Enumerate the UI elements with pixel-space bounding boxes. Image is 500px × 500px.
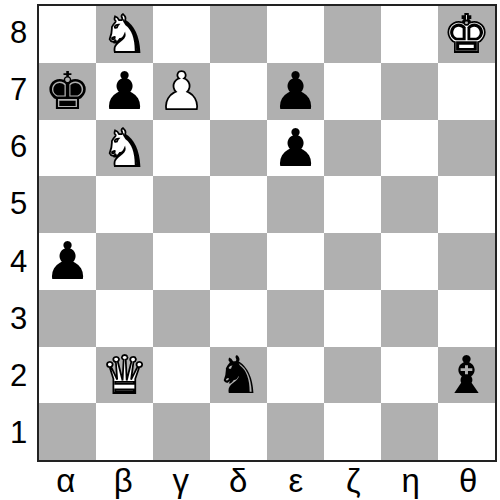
file-labels: αβγδεζηθ (37, 462, 497, 500)
square-f1[interactable] (324, 403, 381, 460)
rank-label-5: 5 (0, 176, 37, 233)
rank-labels: 87654321 (0, 4, 37, 462)
square-b5[interactable] (96, 176, 153, 233)
square-h3[interactable] (438, 290, 495, 347)
square-h1[interactable] (438, 403, 495, 460)
black-pawn-e6: ♟ (272, 122, 319, 174)
rank-label-3: 3 (0, 290, 37, 347)
square-g7[interactable] (381, 63, 438, 120)
square-d5[interactable] (210, 176, 267, 233)
square-e1[interactable] (267, 403, 324, 460)
square-d3[interactable] (210, 290, 267, 347)
square-e6[interactable]: ♟ (267, 120, 324, 177)
square-a1[interactable] (39, 403, 96, 460)
square-b4[interactable] (96, 233, 153, 290)
rank-label-8: 8 (0, 4, 37, 61)
square-g1[interactable] (381, 403, 438, 460)
square-d2[interactable]: ♞ (210, 347, 267, 404)
white-queen-b2: ♛ (101, 349, 148, 401)
square-h5[interactable] (438, 176, 495, 233)
square-b7[interactable]: ♟ (96, 63, 153, 120)
black-pawn-b7: ♟ (101, 65, 148, 117)
square-c7[interactable]: ♟ (153, 63, 210, 120)
white-knight-b6: ♞ (101, 122, 148, 174)
file-label-g: η (382, 462, 440, 500)
file-label-h: θ (440, 462, 498, 500)
rank-label-6: 6 (0, 119, 37, 176)
square-h4[interactable] (438, 233, 495, 290)
black-pawn-a4: ♟ (44, 235, 91, 287)
square-h7[interactable] (438, 63, 495, 120)
file-label-e: ε (267, 462, 325, 500)
rank-label-4: 4 (0, 233, 37, 290)
rank-label-2: 2 (0, 348, 37, 405)
square-f8[interactable] (324, 6, 381, 63)
file-label-b: β (95, 462, 153, 500)
square-b6[interactable]: ♞ (96, 120, 153, 177)
file-label-f: ζ (325, 462, 383, 500)
square-c5[interactable] (153, 176, 210, 233)
square-g2[interactable] (381, 347, 438, 404)
chess-board: ♞♚♚♟♟♟♞♟♟♛♞♝ (37, 4, 497, 462)
square-h2[interactable]: ♝ (438, 347, 495, 404)
square-b3[interactable] (96, 290, 153, 347)
white-knight-b8: ♞ (101, 8, 148, 60)
white-king-h8: ♚ (443, 8, 490, 60)
square-f2[interactable] (324, 347, 381, 404)
square-g3[interactable] (381, 290, 438, 347)
square-b2[interactable]: ♛ (96, 347, 153, 404)
square-d8[interactable] (210, 6, 267, 63)
rank-label-1: 1 (0, 405, 37, 462)
square-h6[interactable] (438, 120, 495, 177)
square-e5[interactable] (267, 176, 324, 233)
file-label-d: δ (210, 462, 268, 500)
square-d1[interactable] (210, 403, 267, 460)
chess-diagram: 87654321 ♞♚♚♟♟♟♞♟♟♛♞♝ αβγδεζηθ (0, 0, 500, 500)
square-c3[interactable] (153, 290, 210, 347)
square-a6[interactable] (39, 120, 96, 177)
square-d4[interactable] (210, 233, 267, 290)
black-bishop-h2: ♝ (443, 349, 490, 401)
square-e2[interactable] (267, 347, 324, 404)
square-a4[interactable]: ♟ (39, 233, 96, 290)
file-label-c: γ (152, 462, 210, 500)
square-b8[interactable]: ♞ (96, 6, 153, 63)
rank-label-7: 7 (0, 61, 37, 118)
square-c1[interactable] (153, 403, 210, 460)
square-c4[interactable] (153, 233, 210, 290)
square-a8[interactable] (39, 6, 96, 63)
square-h8[interactable]: ♚ (438, 6, 495, 63)
square-e4[interactable] (267, 233, 324, 290)
square-f6[interactable] (324, 120, 381, 177)
black-king-a7: ♚ (44, 65, 91, 117)
square-e3[interactable] (267, 290, 324, 347)
square-f3[interactable] (324, 290, 381, 347)
black-pawn-e7: ♟ (272, 65, 319, 117)
square-f5[interactable] (324, 176, 381, 233)
square-g4[interactable] (381, 233, 438, 290)
square-g5[interactable] (381, 176, 438, 233)
square-c2[interactable] (153, 347, 210, 404)
square-b1[interactable] (96, 403, 153, 460)
square-c6[interactable] (153, 120, 210, 177)
square-a5[interactable] (39, 176, 96, 233)
square-f7[interactable] (324, 63, 381, 120)
square-c8[interactable] (153, 6, 210, 63)
square-f4[interactable] (324, 233, 381, 290)
square-g6[interactable] (381, 120, 438, 177)
black-knight-d2: ♞ (215, 349, 262, 401)
square-a2[interactable] (39, 347, 96, 404)
square-a3[interactable] (39, 290, 96, 347)
square-a7[interactable]: ♚ (39, 63, 96, 120)
square-e8[interactable] (267, 6, 324, 63)
square-d6[interactable] (210, 120, 267, 177)
square-g8[interactable] (381, 6, 438, 63)
square-d7[interactable] (210, 63, 267, 120)
file-label-a: α (37, 462, 95, 500)
white-pawn-c7: ♟ (158, 65, 205, 117)
square-e7[interactable]: ♟ (267, 63, 324, 120)
